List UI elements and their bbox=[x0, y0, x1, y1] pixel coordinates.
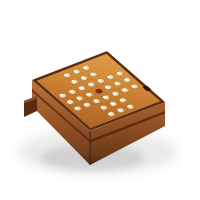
box-corner-seam bbox=[89, 131, 91, 165]
product-photo bbox=[0, 0, 200, 200]
